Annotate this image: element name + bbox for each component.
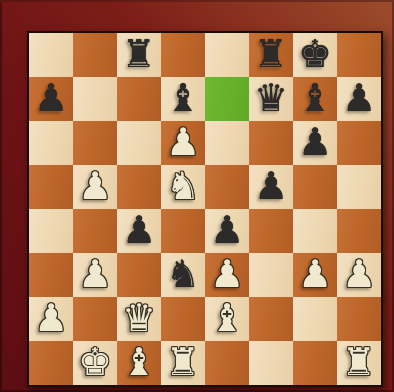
black-pawn-icon[interactable]: ♟ [210, 208, 244, 252]
square-c3[interactable] [117, 253, 161, 297]
square-f8[interactable]: ♜ [249, 33, 293, 77]
square-e3[interactable]: ♟ [205, 253, 249, 297]
square-g5[interactable] [293, 165, 337, 209]
square-f3[interactable] [249, 253, 293, 297]
square-d4[interactable] [161, 209, 205, 253]
black-queen-icon[interactable]: ♛ [254, 76, 288, 120]
square-h3[interactable]: ♟ [337, 253, 381, 297]
white-rook-icon[interactable]: ♜ [342, 340, 376, 384]
square-f6[interactable] [249, 121, 293, 165]
white-pawn-icon[interactable]: ♟ [34, 296, 68, 340]
square-b8[interactable] [73, 33, 117, 77]
white-pawn-icon[interactable]: ♟ [78, 164, 112, 208]
square-g8[interactable]: ♚ [293, 33, 337, 77]
square-e2[interactable]: ♝ [205, 297, 249, 341]
black-king-icon[interactable]: ♚ [298, 32, 332, 76]
square-f7[interactable]: ♛ [249, 77, 293, 121]
square-b6[interactable] [73, 121, 117, 165]
square-b3[interactable]: ♟ [73, 253, 117, 297]
square-f1[interactable] [249, 341, 293, 385]
square-d8[interactable] [161, 33, 205, 77]
square-b7[interactable] [73, 77, 117, 121]
square-d7[interactable]: ♝ [161, 77, 205, 121]
white-king-icon[interactable]: ♚ [78, 340, 112, 384]
white-rook-icon[interactable]: ♜ [166, 340, 200, 384]
square-b4[interactable] [73, 209, 117, 253]
white-pawn-icon[interactable]: ♟ [78, 252, 112, 296]
black-rook-icon[interactable]: ♜ [254, 32, 288, 76]
black-pawn-icon[interactable]: ♟ [122, 208, 156, 252]
square-b1[interactable]: ♚ [73, 341, 117, 385]
square-a1[interactable] [29, 341, 73, 385]
square-c8[interactable]: ♜ [117, 33, 161, 77]
square-c1[interactable]: ♝ [117, 341, 161, 385]
square-h5[interactable] [337, 165, 381, 209]
square-h7[interactable]: ♟ [337, 77, 381, 121]
white-pawn-icon[interactable]: ♟ [298, 252, 332, 296]
square-c5[interactable] [117, 165, 161, 209]
square-h2[interactable] [337, 297, 381, 341]
square-g4[interactable] [293, 209, 337, 253]
square-h4[interactable] [337, 209, 381, 253]
white-pawn-icon[interactable]: ♟ [342, 252, 376, 296]
square-e1[interactable] [205, 341, 249, 385]
square-g6[interactable]: ♟ [293, 121, 337, 165]
black-rook-icon[interactable]: ♜ [122, 32, 156, 76]
black-pawn-icon[interactable]: ♟ [298, 120, 332, 164]
square-c7[interactable] [117, 77, 161, 121]
square-g3[interactable]: ♟ [293, 253, 337, 297]
square-e7[interactable] [205, 77, 249, 121]
white-queen-icon[interactable]: ♛ [122, 296, 156, 340]
square-g7[interactable]: ♝ [293, 77, 337, 121]
square-h8[interactable] [337, 33, 381, 77]
black-bishop-icon[interactable]: ♝ [298, 76, 332, 120]
square-h6[interactable] [337, 121, 381, 165]
square-e6[interactable] [205, 121, 249, 165]
square-a8[interactable] [29, 33, 73, 77]
black-knight-icon[interactable]: ♞ [166, 252, 200, 296]
square-a4[interactable] [29, 209, 73, 253]
black-bishop-icon[interactable]: ♝ [166, 76, 200, 120]
square-f4[interactable] [249, 209, 293, 253]
square-e5[interactable] [205, 165, 249, 209]
square-c6[interactable] [117, 121, 161, 165]
white-pawn-icon[interactable]: ♟ [166, 120, 200, 164]
white-bishop-icon[interactable]: ♝ [122, 340, 156, 384]
square-a6[interactable] [29, 121, 73, 165]
square-e4[interactable]: ♟ [205, 209, 249, 253]
square-d2[interactable] [161, 297, 205, 341]
board-frame: ♜♜♚♟♝♛♝♟♟♟♟♞♟♟♟♟♞♟♟♟♟♛♝♚♝♜♜ [0, 0, 394, 392]
black-pawn-icon[interactable]: ♟ [254, 164, 288, 208]
black-pawn-icon[interactable]: ♟ [342, 76, 376, 120]
square-a2[interactable]: ♟ [29, 297, 73, 341]
square-c2[interactable]: ♛ [117, 297, 161, 341]
white-pawn-icon[interactable]: ♟ [210, 252, 244, 296]
chess-board: ♜♜♚♟♝♛♝♟♟♟♟♞♟♟♟♟♞♟♟♟♟♛♝♚♝♜♜ [27, 31, 383, 387]
square-a7[interactable]: ♟ [29, 77, 73, 121]
square-d5[interactable]: ♞ [161, 165, 205, 209]
square-a3[interactable] [29, 253, 73, 297]
square-b2[interactable] [73, 297, 117, 341]
square-a5[interactable] [29, 165, 73, 209]
white-bishop-icon[interactable]: ♝ [210, 296, 244, 340]
square-h1[interactable]: ♜ [337, 341, 381, 385]
square-f5[interactable]: ♟ [249, 165, 293, 209]
square-g2[interactable] [293, 297, 337, 341]
square-b5[interactable]: ♟ [73, 165, 117, 209]
black-pawn-icon[interactable]: ♟ [34, 76, 68, 120]
white-knight-icon[interactable]: ♞ [166, 164, 200, 208]
square-g1[interactable] [293, 341, 337, 385]
square-f2[interactable] [249, 297, 293, 341]
square-d3[interactable]: ♞ [161, 253, 205, 297]
square-d6[interactable]: ♟ [161, 121, 205, 165]
square-c4[interactable]: ♟ [117, 209, 161, 253]
square-d1[interactable]: ♜ [161, 341, 205, 385]
square-e8[interactable] [205, 33, 249, 77]
